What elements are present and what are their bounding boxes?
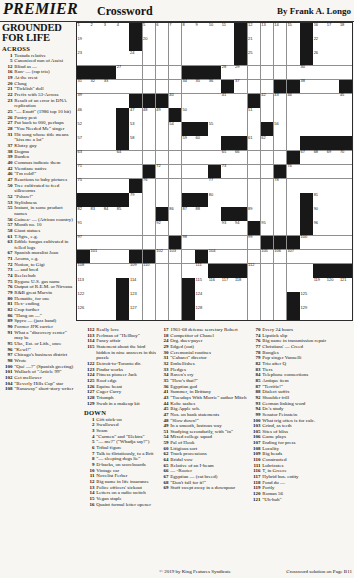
grid-cell-r12c11[interactable]: 77 [208, 179, 221, 193]
grid-cell-r7c13[interactable] [234, 108, 247, 122]
grid-cell-r11c13[interactable] [234, 165, 247, 179]
grid-cell-r12c16[interactable]: 78 [274, 179, 287, 193]
grid-cell-r11c2[interactable] [90, 165, 103, 179]
grid-cell-r3c3[interactable] [103, 51, 116, 65]
grid-cell-r11c7[interactable]: 72 [156, 165, 169, 179]
grid-cell-r16c14[interactable]: 99 [248, 236, 261, 250]
grid-cell-r15c12[interactable]: 93 [221, 221, 234, 235]
grid-cell-r11c19[interactable] [313, 165, 326, 179]
grid-cell-r5c1[interactable]: 31 [77, 80, 90, 94]
grid-cell-r7c5[interactable]: 47 [129, 108, 142, 122]
grid-cell-r7c6[interactable]: 48 [143, 108, 156, 122]
grid-cell-r7c3[interactable] [103, 108, 116, 122]
grid-cell-r15c8[interactable] [169, 221, 182, 235]
grid-cell-r19c6[interactable] [143, 278, 156, 292]
grid-cell-r19c19[interactable]: 119 [313, 278, 326, 292]
grid-cell-r5c6[interactable] [143, 80, 156, 94]
grid-cell-r9c8[interactable] [169, 136, 182, 150]
grid-cell-r17c8[interactable]: 103 [169, 250, 182, 264]
grid-cell-r9c11[interactable] [208, 136, 221, 150]
grid-cell-r14c1[interactable]: 82 [77, 207, 90, 221]
grid-cell-r5c10[interactable]: 35 [195, 80, 208, 94]
grid-cell-r8c1[interactable]: 52 [77, 122, 90, 136]
grid-cell-r3c10[interactable] [195, 51, 208, 65]
grid-cell-r5c3[interactable]: 33 [103, 80, 116, 94]
grid-cell-r9c15[interactable]: 62 [261, 136, 274, 150]
grid-cell-r16c20[interactable] [326, 236, 339, 250]
grid-cell-r4c15[interactable] [261, 66, 274, 80]
grid-cell-r9c7[interactable] [156, 136, 169, 150]
grid-cell-r21c7[interactable] [156, 306, 169, 320]
grid-cell-r10c3[interactable] [103, 151, 116, 165]
grid-cell-r12c2[interactable] [90, 179, 103, 193]
grid-cell-r13c19[interactable]: 81 [313, 193, 326, 207]
grid-cell-r12c6[interactable]: 76 [143, 179, 156, 193]
grid-cell-r10c9[interactable] [182, 151, 195, 165]
grid-cell-r10c16[interactable] [274, 151, 287, 165]
grid-cell-r4c16[interactable] [274, 66, 287, 80]
grid-cell-r20c11[interactable] [208, 292, 221, 306]
grid-cell-r7c17[interactable] [287, 108, 300, 122]
grid-cell-r11c4[interactable] [116, 165, 129, 179]
grid-cell-r9c6[interactable] [143, 136, 156, 150]
grid-cell-r2c4[interactable] [116, 37, 129, 51]
grid-cell-r11c1[interactable]: 71 [77, 165, 90, 179]
grid-cell-r12c19[interactable] [313, 179, 326, 193]
grid-cell-r17c9[interactable] [182, 250, 195, 264]
grid-cell-r5c20[interactable] [326, 80, 339, 94]
grid-cell-r18c18[interactable] [300, 264, 313, 278]
grid-cell-r18c10[interactable]: 111 [195, 264, 208, 278]
grid-cell-r1c2[interactable]: 2 [90, 23, 103, 37]
grid-cell-r21c13[interactable] [234, 306, 247, 320]
grid-cell-r16c11[interactable] [208, 236, 221, 250]
grid-cell-r21c1[interactable]: 126 [77, 306, 90, 320]
grid-cell-r2c17[interactable] [287, 37, 300, 51]
grid-cell-r17c2[interactable]: 101 [90, 250, 103, 264]
grid-cell-r7c9[interactable]: 50 [182, 108, 195, 122]
grid-cell-r12c14[interactable] [248, 179, 261, 193]
grid-cell-r3c11[interactable] [208, 51, 221, 65]
grid-cell-r17c19[interactable] [313, 250, 326, 264]
grid-cell-r6c18[interactable] [300, 94, 313, 108]
grid-cell-r4c7[interactable] [156, 66, 169, 80]
grid-cell-r18c5[interactable]: 109 [129, 264, 142, 278]
grid-cell-r20c10[interactable]: 124 [195, 292, 208, 306]
grid-cell-r21c3[interactable] [103, 306, 116, 320]
grid-cell-r5c15[interactable] [261, 80, 274, 94]
grid-cell-r18c9[interactable] [182, 264, 195, 278]
grid-cell-r14c6[interactable] [143, 207, 156, 221]
grid-cell-r15c1[interactable]: 91 [77, 221, 90, 235]
grid-cell-r21c8[interactable] [169, 306, 182, 320]
grid-cell-r21c21[interactable] [339, 306, 352, 320]
grid-cell-r11c5[interactable] [129, 165, 142, 179]
grid-cell-r19c15[interactable] [261, 278, 274, 292]
grid-cell-r9c5[interactable]: 58 [129, 136, 142, 150]
grid-cell-r13c13[interactable] [234, 193, 247, 207]
grid-cell-r1c21[interactable]: 18 [339, 23, 352, 37]
grid-cell-r18c4[interactable] [116, 264, 129, 278]
grid-cell-r2c16[interactable] [274, 37, 287, 51]
grid-cell-r20c3[interactable] [103, 292, 116, 306]
grid-cell-r10c14[interactable] [248, 151, 261, 165]
grid-cell-r7c10[interactable] [195, 108, 208, 122]
grid-cell-r7c1[interactable]: 46 [77, 108, 90, 122]
grid-cell-r7c2[interactable] [90, 108, 103, 122]
grid-cell-r16c2[interactable] [90, 236, 103, 250]
grid-cell-r12c12[interactable] [221, 179, 234, 193]
grid-cell-r8c14[interactable] [248, 122, 261, 136]
grid-cell-r15c7[interactable]: 92 [156, 221, 169, 235]
grid-cell-r8c6[interactable] [143, 122, 156, 136]
grid-cell-r2c9[interactable] [182, 37, 195, 51]
grid-cell-r1c8[interactable]: 7 [169, 23, 182, 37]
grid-cell-r11c9[interactable] [182, 165, 195, 179]
grid-cell-r14c3[interactable]: 84 [103, 207, 116, 221]
grid-cell-r3c16[interactable] [274, 51, 287, 65]
grid-cell-r13c20[interactable] [326, 193, 339, 207]
grid-cell-r21c2[interactable] [90, 306, 103, 320]
grid-cell-r7c7[interactable]: 49 [156, 108, 169, 122]
grid-cell-r10c6[interactable] [143, 151, 156, 165]
grid-cell-r19c14[interactable] [248, 278, 261, 292]
grid-cell-r12c21[interactable] [339, 179, 352, 193]
grid-cell-r1c19[interactable]: 16 [313, 23, 326, 37]
grid-cell-r10c1[interactable]: 63 [77, 151, 90, 165]
grid-cell-r15c11[interactable] [208, 221, 221, 235]
grid-cell-r20c1[interactable]: 122 [77, 292, 90, 306]
grid-cell-r11c3[interactable] [103, 165, 116, 179]
grid-cell-r7c11[interactable] [208, 108, 221, 122]
grid-cell-r13c7[interactable] [156, 193, 169, 207]
grid-cell-r15c3[interactable] [103, 221, 116, 235]
grid-cell-r2c7[interactable] [156, 37, 169, 51]
grid-cell-r12c3[interactable] [103, 179, 116, 193]
grid-cell-r16c6[interactable] [143, 236, 156, 250]
grid-cell-r15c19[interactable]: 96 [313, 221, 326, 235]
grid-cell-r14c2[interactable]: 83 [90, 207, 103, 221]
grid-cell-r19c17[interactable] [287, 278, 300, 292]
grid-cell-r16c12[interactable] [221, 236, 234, 250]
grid-cell-r6c1[interactable]: 39 [77, 94, 90, 108]
grid-cell-r18c2[interactable] [90, 264, 103, 278]
grid-cell-r6c4[interactable] [116, 94, 129, 108]
grid-cell-r11c12[interactable]: 73 [221, 165, 234, 179]
grid-cell-r7c14[interactable]: 51 [248, 108, 261, 122]
grid-cell-r12c13[interactable] [234, 179, 247, 193]
grid-cell-r4c5[interactable] [129, 66, 142, 80]
grid-cell-r3c15[interactable] [261, 51, 274, 65]
grid-cell-r9c14[interactable]: 61 [248, 136, 261, 150]
grid-cell-r3c21[interactable] [339, 51, 352, 65]
grid-cell-r15c16[interactable] [274, 221, 287, 235]
grid-cell-r4c8[interactable] [169, 66, 182, 80]
grid-cell-r19c16[interactable] [274, 278, 287, 292]
grid-cell-r1c12[interactable]: 11 [221, 23, 234, 37]
grid-cell-r10c15[interactable] [261, 151, 274, 165]
grid-cell-r14c20[interactable] [326, 207, 339, 221]
grid-cell-r21c5[interactable]: 127 [129, 306, 142, 320]
grid-cell-r5c2[interactable]: 32 [90, 80, 103, 94]
grid-cell-r1c16[interactable]: 14 [274, 23, 287, 37]
grid-cell-r1c6[interactable]: 5 [143, 23, 156, 37]
grid-cell-r3c20[interactable] [326, 51, 339, 65]
grid-cell-r18c7[interactable] [156, 264, 169, 278]
grid-cell-r13c17[interactable] [287, 193, 300, 207]
grid-cell-r6c10[interactable] [195, 94, 208, 108]
grid-cell-r21c15[interactable] [261, 306, 274, 320]
grid-cell-r17c16[interactable]: 106 [274, 250, 287, 264]
grid-cell-r4c4[interactable]: 27 [116, 66, 129, 80]
grid-cell-r3c19[interactable]: 26 [313, 51, 326, 65]
grid-cell-r4c13[interactable]: 29 [234, 66, 247, 80]
grid-cell-r10c18[interactable]: 67 [300, 151, 313, 165]
grid-cell-r15c2[interactable] [90, 221, 103, 235]
grid-cell-r17c17[interactable]: 107 [287, 250, 300, 264]
grid-cell-r19c12[interactable]: 117 [221, 278, 234, 292]
grid-cell-r16c21[interactable] [339, 236, 352, 250]
grid-cell-r2c10[interactable] [195, 37, 208, 51]
grid-cell-r3c4[interactable] [116, 51, 129, 65]
grid-cell-r20c6[interactable] [143, 292, 156, 306]
grid-cell-r8c16[interactable]: 56 [274, 122, 287, 136]
grid-cell-r20c14[interactable] [248, 292, 261, 306]
grid-cell-r16c13[interactable] [234, 236, 247, 250]
grid-cell-r20c18[interactable]: 125 [300, 292, 313, 306]
grid-cell-r17c11[interactable]: 104 [208, 250, 221, 264]
grid-cell-r14c8[interactable]: 86 [169, 207, 182, 221]
grid-cell-r8c21[interactable] [339, 122, 352, 136]
grid-cell-r1c11[interactable]: 10 [208, 23, 221, 37]
grid-cell-r17c18[interactable] [300, 250, 313, 264]
grid-cell-r16c9[interactable]: 98 [182, 236, 195, 250]
grid-cell-r8c18[interactable] [300, 122, 313, 136]
grid-cell-r20c7[interactable] [156, 292, 169, 306]
grid-cell-r3c14[interactable]: 25 [248, 51, 261, 65]
grid-cell-r8c11[interactable]: 55 [208, 122, 221, 136]
grid-cell-r2c19[interactable]: 22 [313, 37, 326, 51]
grid-cell-r15c5[interactable] [129, 221, 142, 235]
grid-cell-r15c9[interactable] [182, 221, 195, 235]
grid-cell-r16c4[interactable] [116, 236, 129, 250]
grid-cell-r9c16[interactable] [274, 136, 287, 150]
grid-cell-r18c3[interactable] [103, 264, 116, 278]
grid-cell-r10c11[interactable] [208, 151, 221, 165]
grid-cell-r6c11[interactable] [208, 94, 221, 108]
grid-cell-r4c20[interactable] [326, 66, 339, 80]
grid-cell-r21c12[interactable] [221, 306, 234, 320]
grid-cell-r4c21[interactable] [339, 66, 352, 80]
grid-cell-r13c5[interactable]: 79 [129, 193, 142, 207]
grid-cell-r12c10[interactable] [195, 179, 208, 193]
grid-cell-r6c16[interactable]: 43 [274, 94, 287, 108]
grid-cell-r14c19[interactable]: 90 [313, 207, 326, 221]
grid-cell-r16c3[interactable] [103, 236, 116, 250]
grid-cell-r8c5[interactable]: 53 [129, 122, 142, 136]
grid-cell-r21c20[interactable] [326, 306, 339, 320]
grid-cell-r2c20[interactable] [326, 37, 339, 51]
grid-cell-r21c14[interactable] [248, 306, 261, 320]
grid-cell-r21c18[interactable]: 129 [300, 306, 313, 320]
grid-cell-r17c13[interactable] [234, 250, 247, 264]
grid-cell-r4c6[interactable] [143, 66, 156, 80]
grid-cell-r20c13[interactable] [234, 292, 247, 306]
grid-cell-r5c8[interactable] [169, 80, 182, 94]
grid-cell-r14c17[interactable] [287, 207, 300, 221]
grid-cell-r7c21[interactable] [339, 108, 352, 122]
grid-cell-r20c12[interactable] [221, 292, 234, 306]
grid-cell-r8c7[interactable] [156, 122, 169, 136]
grid-cell-r3c6[interactable] [143, 51, 156, 65]
grid-cell-r15c4[interactable] [116, 221, 129, 235]
grid-cell-r20c2[interactable] [90, 292, 103, 306]
grid-cell-r20c15[interactable] [261, 292, 274, 306]
grid-cell-r14c15[interactable] [261, 207, 274, 221]
grid-cell-r10c10[interactable] [195, 151, 208, 165]
grid-cell-r11c17[interactable]: 74 [287, 165, 300, 179]
grid-cell-r14c10[interactable]: 88 [195, 207, 208, 221]
grid-cell-r20c20[interactable] [326, 292, 339, 306]
grid-cell-r19c18[interactable] [300, 278, 313, 292]
grid-cell-r20c16[interactable] [274, 292, 287, 306]
grid-cell-r8c12[interactable] [221, 122, 234, 136]
grid-cell-r17c12[interactable] [221, 250, 234, 264]
grid-cell-r14c14[interactable]: 89 [248, 207, 261, 221]
grid-cell-r18c1[interactable]: 108 [77, 264, 90, 278]
grid-cell-r19c7[interactable] [156, 278, 169, 292]
grid-cell-r14c5[interactable] [129, 207, 142, 221]
grid-cell-r4c14[interactable] [248, 66, 261, 80]
grid-cell-r10c21[interactable]: 70 [339, 151, 352, 165]
grid-cell-r19c2[interactable] [90, 278, 103, 292]
grid-cell-r13c21[interactable] [339, 193, 352, 207]
grid-cell-r10c4[interactable]: 64 [116, 151, 129, 165]
grid-cell-r7c19[interactable] [313, 108, 326, 122]
grid-cell-r12c9[interactable] [182, 179, 195, 193]
grid-cell-r12c15[interactable] [261, 179, 274, 193]
grid-cell-r11c21[interactable] [339, 165, 352, 179]
grid-cell-r17c21[interactable] [339, 250, 352, 264]
grid-cell-r17c3[interactable] [103, 250, 116, 264]
grid-cell-r9c3[interactable] [103, 136, 116, 150]
grid-cell-r4c18[interactable]: 30 [300, 66, 313, 80]
grid-cell-r10c19[interactable]: 68 [313, 151, 326, 165]
grid-cell-r1c14[interactable]: 12 [248, 23, 261, 37]
grid-cell-r17c15[interactable]: 105 [261, 250, 274, 264]
grid-cell-r6c3[interactable] [103, 94, 116, 108]
grid-cell-r4c19[interactable] [313, 66, 326, 80]
grid-cell-r1c4[interactable]: 4 [116, 23, 129, 37]
grid-cell-r6c15[interactable]: 42 [261, 94, 274, 108]
grid-cell-r19c11[interactable]: 116 [208, 278, 221, 292]
grid-cell-r19c20[interactable]: 120 [326, 278, 339, 292]
grid-cell-r18c8[interactable] [169, 264, 182, 278]
grid-cell-r3c5[interactable]: 24 [129, 51, 142, 65]
grid-cell-r15c20[interactable] [326, 221, 339, 235]
grid-cell-r15c10[interactable] [195, 221, 208, 235]
grid-cell-r1c10[interactable]: 9 [195, 23, 208, 37]
grid-cell-r8c2[interactable] [90, 122, 103, 136]
grid-cell-r12c4[interactable] [116, 179, 129, 193]
grid-cell-r20c8[interactable] [169, 292, 182, 306]
grid-cell-r19c3[interactable] [103, 278, 116, 292]
grid-cell-r17c4[interactable] [116, 250, 129, 264]
grid-cell-r16c19[interactable] [313, 236, 326, 250]
grid-cell-r12c20[interactable] [326, 179, 339, 193]
grid-cell-r12c18[interactable] [300, 179, 313, 193]
grid-cell-r14c11[interactable] [208, 207, 221, 221]
grid-cell-r2c12[interactable] [221, 37, 234, 51]
grid-cell-r14c21[interactable] [339, 207, 352, 221]
grid-cell-r18c15[interactable] [261, 264, 274, 278]
grid-cell-r2c6[interactable]: 20 [143, 37, 156, 51]
grid-cell-r6c9[interactable] [182, 94, 195, 108]
grid-cell-r13c16[interactable] [274, 193, 287, 207]
grid-cell-r9c2[interactable] [90, 136, 103, 150]
grid-cell-r7c20[interactable] [326, 108, 339, 122]
grid-cell-r12c17[interactable] [287, 179, 300, 193]
grid-cell-r18c17[interactable] [287, 264, 300, 278]
grid-cell-r7c16[interactable] [274, 108, 287, 122]
grid-cell-r20c5[interactable]: 123 [129, 292, 142, 306]
grid-cell-r15c21[interactable] [339, 221, 352, 235]
grid-cell-r20c19[interactable] [313, 292, 326, 306]
grid-cell-r5c13[interactable]: 37 [234, 80, 247, 94]
grid-cell-r5c7[interactable] [156, 80, 169, 94]
grid-cell-r5c9[interactable]: 34 [182, 80, 195, 94]
grid-cell-r21c6[interactable] [143, 306, 156, 320]
grid-cell-r2c2[interactable] [90, 37, 103, 51]
grid-cell-r13c6[interactable] [143, 193, 156, 207]
grid-cell-r8c19[interactable] [313, 122, 326, 136]
grid-cell-r10c5[interactable] [129, 151, 142, 165]
grid-cell-r9c1[interactable]: 57 [77, 136, 90, 150]
grid-cell-r15c17[interactable] [287, 221, 300, 235]
grid-cell-r1c3[interactable]: 3 [103, 23, 116, 37]
grid-cell-r15c13[interactable]: 94 [234, 221, 247, 235]
grid-cell-r18c6[interactable]: 110 [143, 264, 156, 278]
grid-cell-r2c8[interactable] [169, 37, 182, 51]
grid-cell-r21c16[interactable] [274, 306, 287, 320]
grid-cell-r6c21[interactable]: 45 [339, 94, 352, 108]
grid-cell-r16c10[interactable] [195, 236, 208, 250]
grid-cell-r1c20[interactable]: 17 [326, 23, 339, 37]
grid-cell-r9c9[interactable]: 59 [182, 136, 195, 150]
grid-cell-r14c4[interactable]: 85 [116, 207, 129, 221]
grid-cell-r19c10[interactable]: 115 [195, 278, 208, 292]
grid-cell-r18c14[interactable]: 112 [248, 264, 261, 278]
grid-cell-r18c16[interactable] [274, 264, 287, 278]
grid-cell-r21c19[interactable] [313, 306, 326, 320]
grid-cell-r4c12[interactable]: 28 [221, 66, 234, 80]
grid-cell-r19c5[interactable]: 114 [129, 278, 142, 292]
grid-cell-r3c17[interactable] [287, 51, 300, 65]
grid-cell-r2c21[interactable] [339, 37, 352, 51]
grid-cell-r8c13[interactable] [234, 122, 247, 136]
grid-cell-r17c14[interactable] [248, 250, 261, 264]
grid-cell-r3c9[interactable] [182, 51, 195, 65]
grid-cell-r6c19[interactable] [313, 94, 326, 108]
grid-cell-r6c8[interactable]: 40 [169, 94, 182, 108]
grid-cell-r14c16[interactable] [274, 207, 287, 221]
grid-cell-r8c8[interactable]: 54 [169, 122, 182, 136]
grid-cell-r10c8[interactable] [169, 151, 182, 165]
grid-cell-r10c7[interactable] [156, 151, 169, 165]
grid-cell-r19c1[interactable]: 113 [77, 278, 90, 292]
grid-cell-r12c8[interactable] [169, 179, 182, 193]
grid-cell-r13c8[interactable] [169, 193, 182, 207]
